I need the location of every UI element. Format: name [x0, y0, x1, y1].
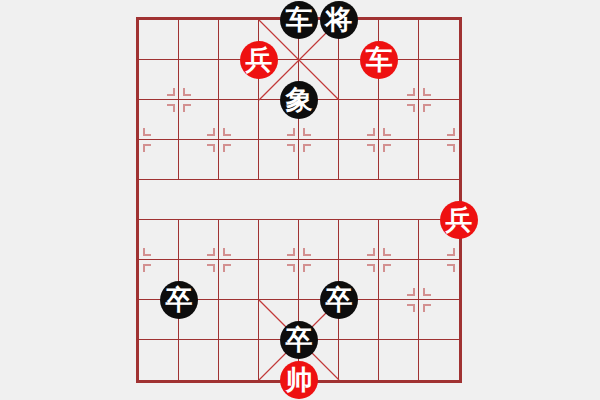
- position-mark: [287, 144, 295, 152]
- position-mark: [407, 88, 415, 96]
- position-mark: [303, 248, 311, 256]
- position-mark: [207, 248, 215, 256]
- xiangqi-app: 车将兵车象兵卒卒卒帅: [0, 0, 600, 400]
- position-mark: [383, 264, 391, 272]
- position-mark: [207, 144, 215, 152]
- position-mark: [383, 144, 391, 152]
- position-mark: [423, 88, 431, 96]
- piece-black-general[interactable]: 将: [320, 1, 358, 39]
- position-mark: [287, 264, 295, 272]
- position-mark: [407, 104, 415, 112]
- piece-red-general[interactable]: 帅: [280, 361, 318, 399]
- position-mark: [223, 248, 231, 256]
- position-mark: [223, 144, 231, 152]
- position-mark: [367, 128, 375, 136]
- position-mark: [223, 128, 231, 136]
- piece-black-soldier-b[interactable]: 卒: [320, 281, 358, 319]
- board-pieces: 车将兵车象兵卒卒卒帅: [139, 20, 459, 380]
- position-mark: [143, 144, 151, 152]
- position-mark: [207, 264, 215, 272]
- position-mark: [207, 128, 215, 136]
- position-mark: [143, 248, 151, 256]
- position-mark: [303, 144, 311, 152]
- position-mark: [183, 104, 191, 112]
- position-mark: [143, 264, 151, 272]
- position-mark: [287, 248, 295, 256]
- position-mark: [303, 128, 311, 136]
- piece-black-chariot[interactable]: 车: [280, 1, 318, 39]
- position-mark: [423, 104, 431, 112]
- position-mark: [303, 264, 311, 272]
- position-mark: [407, 288, 415, 296]
- position-mark: [223, 264, 231, 272]
- piece-black-soldier-c[interactable]: 卒: [280, 321, 318, 359]
- position-mark: [167, 88, 175, 96]
- position-mark: [143, 128, 151, 136]
- position-mark: [423, 288, 431, 296]
- position-mark: [447, 144, 455, 152]
- position-mark: [447, 128, 455, 136]
- position-mark: [383, 248, 391, 256]
- xiangqi-board[interactable]: 车将兵车象兵卒卒卒帅: [136, 17, 462, 383]
- position-mark: [183, 88, 191, 96]
- position-mark: [367, 264, 375, 272]
- piece-black-soldier-a[interactable]: 卒: [160, 281, 198, 319]
- position-mark: [367, 248, 375, 256]
- position-mark: [367, 144, 375, 152]
- position-mark: [447, 248, 455, 256]
- piece-red-soldier-b[interactable]: 兵: [440, 201, 478, 239]
- piece-red-soldier-a[interactable]: 兵: [240, 41, 278, 79]
- position-mark: [167, 104, 175, 112]
- piece-red-chariot[interactable]: 车: [360, 41, 398, 79]
- position-mark: [407, 304, 415, 312]
- position-mark: [383, 128, 391, 136]
- position-mark: [287, 128, 295, 136]
- piece-black-elephant[interactable]: 象: [280, 81, 318, 119]
- position-mark: [423, 304, 431, 312]
- position-mark: [447, 264, 455, 272]
